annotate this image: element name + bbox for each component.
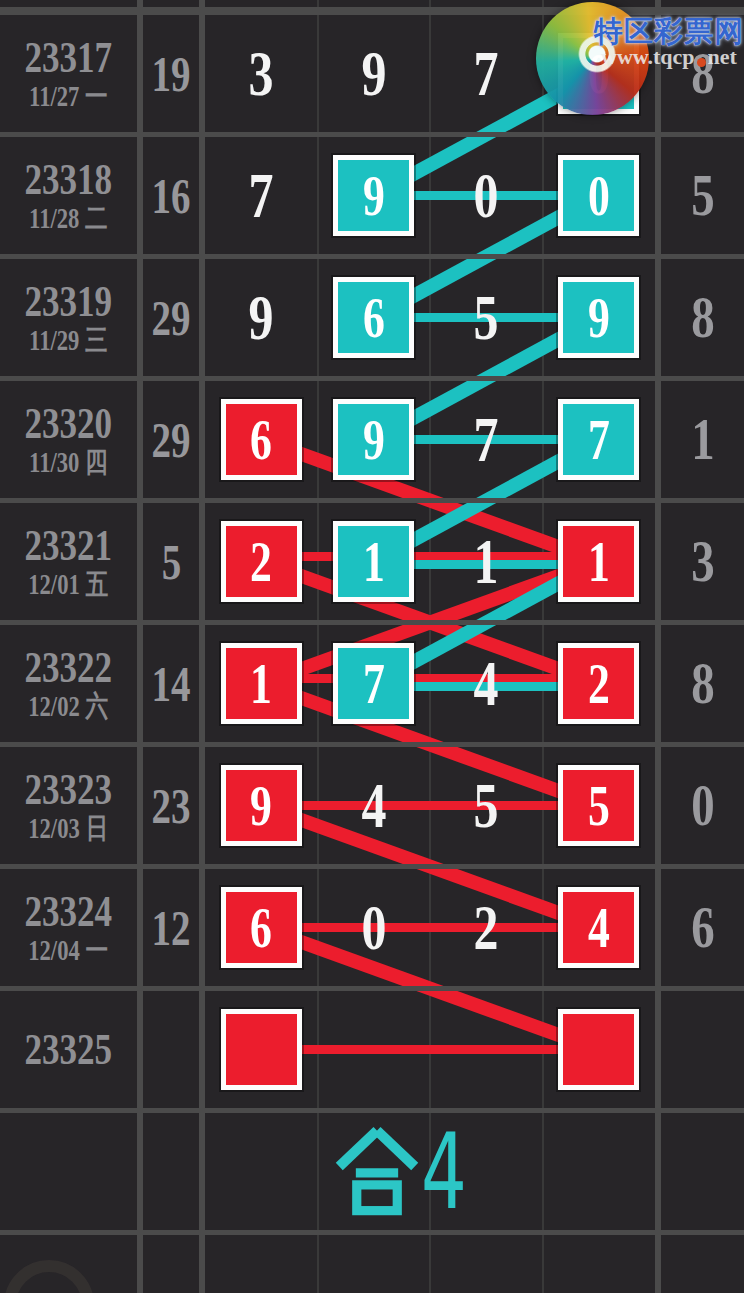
boxed-digit: 7 xyxy=(363,652,385,716)
draw-row-23322: 2332212/02 六1417428 xyxy=(0,625,744,742)
digit-cell: 1 xyxy=(205,625,318,742)
digit-cell: 0 xyxy=(543,137,656,254)
boxed-digit: 9 xyxy=(588,286,610,350)
digit-cell: 7 xyxy=(430,381,543,498)
sum-cell xyxy=(143,991,199,1108)
digit-cell: 9 xyxy=(205,747,318,864)
digit-cell: 9 xyxy=(543,259,656,376)
digit-cell: 4 xyxy=(543,869,656,986)
row-divider xyxy=(0,986,744,991)
issue-cell: 2332112/01 五 xyxy=(0,503,137,620)
highlight-box-cyan: 6 xyxy=(333,277,414,358)
row-divider xyxy=(0,132,744,137)
issue-cell: 23325 xyxy=(0,991,137,1108)
boxed-digit: 9 xyxy=(363,164,385,228)
tail-value: 8 xyxy=(691,649,714,718)
digit-cell: 4 xyxy=(430,625,543,742)
boxed-digit: 6 xyxy=(363,286,385,350)
digit-value: 9 xyxy=(249,281,274,355)
sum-cell: 16 xyxy=(143,137,199,254)
site-url: www.tqcpnet xyxy=(601,44,737,70)
digit-cell: 9 xyxy=(318,15,431,132)
issue-number: 23318 xyxy=(25,156,113,203)
digit-value: 7 xyxy=(474,37,499,111)
row-divider xyxy=(0,864,744,869)
digit-value: 9 xyxy=(361,37,386,111)
date-label: 12/02 六 xyxy=(29,691,109,723)
digit-cell: 7 xyxy=(205,137,318,254)
digit-value: 0 xyxy=(474,159,499,233)
digit-cell: 0 xyxy=(430,137,543,254)
digit-value: 4 xyxy=(361,769,386,843)
tail-value: 8 xyxy=(691,283,714,352)
row-divider xyxy=(0,254,744,259)
boxed-digit: 6 xyxy=(250,896,272,960)
digit-cell xyxy=(543,991,656,1108)
sum-cell: 29 xyxy=(143,381,199,498)
highlight-box-red xyxy=(558,1009,639,1090)
date-label: 11/29 三 xyxy=(29,325,108,357)
boxed-digit: 9 xyxy=(363,408,385,472)
digit-cell: 9 xyxy=(318,137,431,254)
issue-cell: 2331811/28 二 xyxy=(0,137,137,254)
digit-cell xyxy=(205,991,318,1108)
highlight-box-red xyxy=(221,1009,302,1090)
tail-cell: 5 xyxy=(661,137,744,254)
digit-value: 7 xyxy=(474,403,499,477)
tail-value: 0 xyxy=(691,771,714,840)
date-label: 12/03 日 xyxy=(29,813,109,845)
date-label: 11/28 二 xyxy=(29,203,108,235)
thin-column-separator xyxy=(542,0,544,1293)
sum-value: 19 xyxy=(152,45,191,103)
digit-cell: 9 xyxy=(318,381,431,498)
tail-cell: 8 xyxy=(661,259,744,376)
site-url-www: www.tqcp xyxy=(601,44,695,70)
issue-number: 23322 xyxy=(25,644,113,691)
sum-value: 14 xyxy=(152,655,191,713)
draw-row-23325: 23325 xyxy=(0,991,744,1108)
issue-cell: 2331911/29 三 xyxy=(0,259,137,376)
annotation-number: 4 xyxy=(421,1119,467,1225)
issue-cell: 2332312/03 日 xyxy=(0,747,137,864)
draw-row-23324: 2332412/04 一1260246 xyxy=(0,869,744,986)
digit-cell: 6 xyxy=(318,259,431,376)
boxed-digit: 6 xyxy=(250,408,272,472)
sum-annotation: 4 xyxy=(185,1113,635,1230)
date-label: 11/27 一 xyxy=(29,81,108,113)
issue-cell: 2331711/27 一 xyxy=(0,15,137,132)
sum-value: 5 xyxy=(161,533,181,591)
date-label: 12/01 五 xyxy=(29,569,109,601)
trend-chart-board: 2331711/27 一19397082331811/28 二167900523… xyxy=(0,0,744,1293)
tail-value: 5 xyxy=(691,161,714,230)
issue-number: 23324 xyxy=(25,888,113,935)
highlight-box-red: 1 xyxy=(558,521,639,602)
row-divider xyxy=(0,620,744,625)
sum-cell: 12 xyxy=(143,869,199,986)
draw-row-23319: 2331911/29 三2996598 xyxy=(0,259,744,376)
digit-cell: 2 xyxy=(205,503,318,620)
boxed-digit: 1 xyxy=(250,652,272,716)
highlight-box-red: 2 xyxy=(221,521,302,602)
digit-cell: 9 xyxy=(205,259,318,376)
issue-number: 23323 xyxy=(25,766,113,813)
digit-cell: 7 xyxy=(543,381,656,498)
boxed-digit: 2 xyxy=(250,530,272,594)
digit-cell: 2 xyxy=(430,869,543,986)
sum-value: 12 xyxy=(152,899,191,957)
boxed-digit: 5 xyxy=(588,774,610,838)
he-character-icon xyxy=(331,1126,423,1218)
issue-number: 23317 xyxy=(25,34,113,81)
digit-cell: 1 xyxy=(430,503,543,620)
highlight-box-red: 6 xyxy=(221,887,302,968)
sum-cell: 19 xyxy=(143,15,199,132)
digit-cell: 7 xyxy=(318,625,431,742)
sum-value: 29 xyxy=(152,411,191,469)
row-divider xyxy=(0,498,744,503)
highlight-box-cyan: 1 xyxy=(333,521,414,602)
highlight-box-red: 6 xyxy=(221,399,302,480)
site-url-tld: net xyxy=(708,44,737,70)
issue-cell: 2332412/04 一 xyxy=(0,869,137,986)
digit-value: 3 xyxy=(249,37,274,111)
thin-column-separator xyxy=(317,0,319,1293)
highlight-box-red: 2 xyxy=(558,643,639,724)
digit-cell: 5 xyxy=(430,747,543,864)
boxed-digit: 9 xyxy=(250,774,272,838)
digit-value: 5 xyxy=(474,281,499,355)
row-divider xyxy=(0,376,744,381)
column-divider xyxy=(199,0,205,1293)
row-divider xyxy=(0,742,744,747)
highlight-box-cyan: 9 xyxy=(333,399,414,480)
digit-value: 4 xyxy=(474,647,499,721)
highlight-box-cyan: 7 xyxy=(333,643,414,724)
highlight-box-cyan: 9 xyxy=(558,277,639,358)
issue-number: 23320 xyxy=(25,400,113,447)
column-divider xyxy=(137,0,143,1293)
highlight-box-red: 4 xyxy=(558,887,639,968)
thin-column-separator xyxy=(429,0,431,1293)
digit-cell: 1 xyxy=(318,503,431,620)
digit-cell xyxy=(430,991,543,1108)
boxed-digit: 0 xyxy=(588,164,610,228)
digit-value: 5 xyxy=(474,769,499,843)
digit-cell: 5 xyxy=(543,747,656,864)
highlight-box-cyan: 0 xyxy=(558,155,639,236)
digit-value: 1 xyxy=(474,525,499,599)
date-label: 12/04 一 xyxy=(29,935,109,967)
issue-number: 23321 xyxy=(25,522,113,569)
highlight-box-cyan: 7 xyxy=(558,399,639,480)
digit-value: 0 xyxy=(361,891,386,965)
highlight-box-cyan: 9 xyxy=(333,155,414,236)
issue-cell: 2332011/30 四 xyxy=(0,381,137,498)
digit-cell: 4 xyxy=(318,747,431,864)
tail-cell: 1 xyxy=(661,381,744,498)
corner-smudge xyxy=(4,1260,94,1293)
boxed-digit: 7 xyxy=(588,408,610,472)
sum-cell: 23 xyxy=(143,747,199,864)
draw-row-23318: 2331811/28 二1679005 xyxy=(0,137,744,254)
digit-cell: 5 xyxy=(430,259,543,376)
issue-number: 23325 xyxy=(25,1026,113,1073)
sum-cell: 5 xyxy=(143,503,199,620)
digit-cell: 7 xyxy=(430,15,543,132)
tail-cell: 0 xyxy=(661,747,744,864)
highlight-box-red: 5 xyxy=(558,765,639,846)
highlight-box-red: 9 xyxy=(221,765,302,846)
sum-value: 29 xyxy=(152,289,191,347)
boxed-digit: 1 xyxy=(588,530,610,594)
digit-value: 2 xyxy=(474,891,499,965)
digit-cell: 6 xyxy=(205,869,318,986)
digit-cell: 0 xyxy=(318,869,431,986)
tail-value: 6 xyxy=(691,893,714,962)
row-divider xyxy=(0,1230,744,1235)
digit-value: 7 xyxy=(249,159,274,233)
column-divider xyxy=(655,0,661,1293)
draw-row-23321: 2332112/01 五521113 xyxy=(0,503,744,620)
date-label: 11/30 四 xyxy=(29,447,108,479)
tail-cell: 6 xyxy=(661,869,744,986)
sum-cell: 14 xyxy=(143,625,199,742)
tail-value: 1 xyxy=(691,405,714,474)
issue-number: 23319 xyxy=(25,278,113,325)
sum-cell: 29 xyxy=(143,259,199,376)
issue-cell: 2332212/02 六 xyxy=(0,625,137,742)
digit-cell xyxy=(318,991,431,1108)
boxed-digit: 2 xyxy=(588,652,610,716)
highlight-box-red: 1 xyxy=(221,643,302,724)
digit-cell: 1 xyxy=(543,503,656,620)
boxed-digit: 1 xyxy=(363,530,385,594)
url-dot-icon xyxy=(697,58,706,67)
tail-cell xyxy=(661,991,744,1108)
digit-cell: 2 xyxy=(543,625,656,742)
draw-row-23320: 2332011/30 四2969771 xyxy=(0,381,744,498)
sum-value: 16 xyxy=(152,167,191,225)
tail-value: 3 xyxy=(691,527,714,596)
tail-cell: 8 xyxy=(661,625,744,742)
sum-value: 23 xyxy=(152,777,191,835)
draw-row-23323: 2332312/03 日2394550 xyxy=(0,747,744,864)
digit-cell: 3 xyxy=(205,15,318,132)
boxed-digit: 4 xyxy=(588,896,610,960)
tail-cell: 3 xyxy=(661,503,744,620)
digit-cell: 6 xyxy=(205,381,318,498)
